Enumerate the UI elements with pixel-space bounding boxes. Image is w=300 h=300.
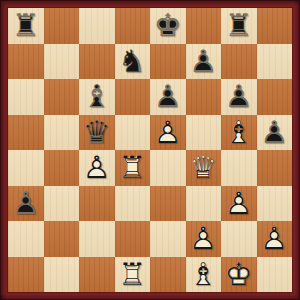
piece-outline-glyph: ♙ xyxy=(150,79,186,115)
square-h3[interactable] xyxy=(257,186,293,222)
piece-outline-glyph: ♗ xyxy=(186,257,222,293)
square-d5[interactable] xyxy=(115,115,151,151)
square-a4[interactable] xyxy=(8,150,44,186)
square-d4[interactable]: ♜♖ xyxy=(115,150,151,186)
piece-outline-glyph: ♖ xyxy=(115,150,151,186)
square-b3[interactable] xyxy=(44,186,80,222)
square-f1[interactable]: ♝♗ xyxy=(186,257,222,293)
square-b6[interactable] xyxy=(44,79,80,115)
black-pawn[interactable]: ♟♙ xyxy=(8,186,44,222)
square-f2[interactable]: ♟♙ xyxy=(186,221,222,257)
square-a8[interactable]: ♜♖ xyxy=(8,8,44,44)
black-knight[interactable]: ♞♘ xyxy=(115,44,151,80)
black-rook[interactable]: ♜♖ xyxy=(8,8,44,44)
square-b7[interactable] xyxy=(44,44,80,80)
piece-outline-glyph: ♙ xyxy=(8,186,44,222)
piece-outline-glyph: ♗ xyxy=(221,115,257,151)
piece-outline-glyph: ♙ xyxy=(221,186,257,222)
piece-outline-glyph: ♗ xyxy=(79,79,115,115)
square-g7[interactable] xyxy=(221,44,257,80)
square-h6[interactable] xyxy=(257,79,293,115)
square-d2[interactable] xyxy=(115,221,151,257)
square-c8[interactable] xyxy=(79,8,115,44)
square-f4[interactable]: ♛♕ xyxy=(186,150,222,186)
piece-outline-glyph: ♙ xyxy=(150,115,186,151)
square-a1[interactable] xyxy=(8,257,44,293)
square-h7[interactable] xyxy=(257,44,293,80)
piece-outline-glyph: ♔ xyxy=(150,8,186,44)
black-queen[interactable]: ♛♕ xyxy=(79,115,115,151)
square-c6[interactable]: ♝♗ xyxy=(79,79,115,115)
square-e1[interactable] xyxy=(150,257,186,293)
square-d8[interactable] xyxy=(115,8,151,44)
white-pawn[interactable]: ♟♙ xyxy=(150,115,186,151)
piece-outline-glyph: ♕ xyxy=(79,115,115,151)
square-a7[interactable] xyxy=(8,44,44,80)
black-pawn[interactable]: ♟♙ xyxy=(186,44,222,80)
white-pawn[interactable]: ♟♙ xyxy=(186,221,222,257)
square-f5[interactable] xyxy=(186,115,222,151)
chessboard: ♜♖♚♔♜♖♞♘♟♙♝♗♟♙♟♙♛♕♟♙♝♗♟♙♟♙♜♖♛♕♟♙♟♙♟♙♟♙♜♖… xyxy=(8,8,292,292)
square-e8[interactable]: ♚♔ xyxy=(150,8,186,44)
square-c3[interactable] xyxy=(79,186,115,222)
piece-outline-glyph: ♙ xyxy=(79,150,115,186)
square-g1[interactable]: ♚♔ xyxy=(221,257,257,293)
square-c5[interactable]: ♛♕ xyxy=(79,115,115,151)
square-g8[interactable]: ♜♖ xyxy=(221,8,257,44)
square-g4[interactable] xyxy=(221,150,257,186)
square-f6[interactable] xyxy=(186,79,222,115)
square-a2[interactable] xyxy=(8,221,44,257)
piece-outline-glyph: ♙ xyxy=(221,79,257,115)
white-rook[interactable]: ♜♖ xyxy=(115,257,151,293)
piece-outline-glyph: ♙ xyxy=(257,115,293,151)
square-b1[interactable] xyxy=(44,257,80,293)
square-e4[interactable] xyxy=(150,150,186,186)
square-a6[interactable] xyxy=(8,79,44,115)
square-c4[interactable]: ♟♙ xyxy=(79,150,115,186)
square-h1[interactable] xyxy=(257,257,293,293)
square-e3[interactable] xyxy=(150,186,186,222)
piece-outline-glyph: ♖ xyxy=(115,257,151,293)
square-f3[interactable] xyxy=(186,186,222,222)
black-bishop[interactable]: ♝♗ xyxy=(79,79,115,115)
black-pawn[interactable]: ♟♙ xyxy=(257,115,293,151)
square-g3[interactable]: ♟♙ xyxy=(221,186,257,222)
square-g6[interactable]: ♟♙ xyxy=(221,79,257,115)
square-h5[interactable]: ♟♙ xyxy=(257,115,293,151)
black-pawn[interactable]: ♟♙ xyxy=(221,79,257,115)
square-h4[interactable] xyxy=(257,150,293,186)
white-bishop[interactable]: ♝♗ xyxy=(221,115,257,151)
square-b2[interactable] xyxy=(44,221,80,257)
piece-outline-glyph: ♘ xyxy=(115,44,151,80)
square-d7[interactable]: ♞♘ xyxy=(115,44,151,80)
piece-outline-glyph: ♖ xyxy=(221,8,257,44)
white-pawn[interactable]: ♟♙ xyxy=(257,221,293,257)
white-pawn[interactable]: ♟♙ xyxy=(221,186,257,222)
square-h2[interactable]: ♟♙ xyxy=(257,221,293,257)
black-pawn[interactable]: ♟♙ xyxy=(150,79,186,115)
square-e5[interactable]: ♟♙ xyxy=(150,115,186,151)
white-pawn[interactable]: ♟♙ xyxy=(79,150,115,186)
white-rook[interactable]: ♜♖ xyxy=(115,150,151,186)
piece-outline-glyph: ♙ xyxy=(186,221,222,257)
square-a3[interactable]: ♟♙ xyxy=(8,186,44,222)
white-king[interactable]: ♚♔ xyxy=(221,257,257,293)
square-d1[interactable]: ♜♖ xyxy=(115,257,151,293)
square-f8[interactable] xyxy=(186,8,222,44)
square-c2[interactable] xyxy=(79,221,115,257)
white-bishop[interactable]: ♝♗ xyxy=(186,257,222,293)
black-king[interactable]: ♚♔ xyxy=(150,8,186,44)
square-h8[interactable] xyxy=(257,8,293,44)
square-a5[interactable] xyxy=(8,115,44,151)
square-g5[interactable]: ♝♗ xyxy=(221,115,257,151)
square-e2[interactable] xyxy=(150,221,186,257)
chessboard-frame: ♜♖♚♔♜♖♞♘♟♙♝♗♟♙♟♙♛♕♟♙♝♗♟♙♟♙♜♖♛♕♟♙♟♙♟♙♟♙♜♖… xyxy=(0,0,300,300)
piece-outline-glyph: ♙ xyxy=(186,44,222,80)
square-b8[interactable] xyxy=(44,8,80,44)
piece-outline-glyph: ♙ xyxy=(257,221,293,257)
piece-outline-glyph: ♖ xyxy=(8,8,44,44)
square-d3[interactable] xyxy=(115,186,151,222)
square-c7[interactable] xyxy=(79,44,115,80)
square-g2[interactable] xyxy=(221,221,257,257)
square-b5[interactable] xyxy=(44,115,80,151)
square-b4[interactable] xyxy=(44,150,80,186)
square-d6[interactable] xyxy=(115,79,151,115)
piece-outline-glyph: ♔ xyxy=(221,257,257,293)
black-rook[interactable]: ♜♖ xyxy=(221,8,257,44)
white-queen[interactable]: ♛♕ xyxy=(186,150,222,186)
square-e7[interactable] xyxy=(150,44,186,80)
piece-outline-glyph: ♕ xyxy=(186,150,222,186)
square-c1[interactable] xyxy=(79,257,115,293)
square-f7[interactable]: ♟♙ xyxy=(186,44,222,80)
square-e6[interactable]: ♟♙ xyxy=(150,79,186,115)
